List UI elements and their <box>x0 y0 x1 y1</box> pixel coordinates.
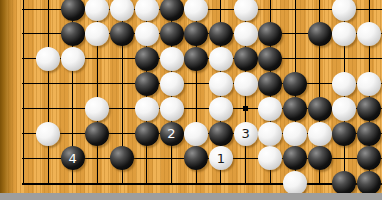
move-number: 3 <box>241 127 249 140</box>
go-board-viewport: 2341 <box>0 0 382 210</box>
stone-white[interactable] <box>160 97 184 121</box>
grid-vertical-line <box>23 0 24 184</box>
stone-white[interactable] <box>160 47 184 71</box>
stone-white[interactable] <box>85 0 109 21</box>
stone-white[interactable] <box>85 97 109 121</box>
stone-white[interactable] <box>234 72 258 96</box>
stone-black[interactable] <box>258 22 282 46</box>
stone-black[interactable]: 4 <box>61 146 85 170</box>
board-bottom-shadow <box>0 193 382 200</box>
stone-black[interactable]: 2 <box>160 122 184 146</box>
stone-black[interactable] <box>283 72 307 96</box>
stone-black[interactable] <box>110 146 134 170</box>
stone-white[interactable] <box>209 47 233 71</box>
stone-white[interactable] <box>135 97 159 121</box>
stone-black[interactable] <box>357 122 381 146</box>
stone-white[interactable]: 1 <box>209 146 233 170</box>
stone-white[interactable] <box>258 122 282 146</box>
stone-black[interactable] <box>184 47 208 71</box>
stone-black[interactable] <box>332 122 356 146</box>
stone-black[interactable] <box>258 72 282 96</box>
stone-white[interactable] <box>36 47 60 71</box>
stone-black[interactable] <box>308 146 332 170</box>
stone-white[interactable] <box>357 72 381 96</box>
stone-black[interactable] <box>209 122 233 146</box>
stone-black[interactable] <box>332 171 356 195</box>
stone-black[interactable] <box>308 97 332 121</box>
stone-black[interactable] <box>184 146 208 170</box>
stone-black[interactable] <box>135 122 159 146</box>
stone-black[interactable] <box>357 146 381 170</box>
stone-black[interactable] <box>110 22 134 46</box>
stone-white[interactable]: 3 <box>234 122 258 146</box>
move-number: 4 <box>69 152 77 165</box>
stone-white[interactable] <box>357 22 381 46</box>
stone-black[interactable] <box>85 122 109 146</box>
stone-white[interactable] <box>234 22 258 46</box>
star-point <box>243 106 248 111</box>
stone-black[interactable] <box>160 22 184 46</box>
stone-white[interactable] <box>332 22 356 46</box>
stone-white[interactable] <box>184 0 208 21</box>
stone-white[interactable] <box>332 97 356 121</box>
grid-vertical-line <box>48 0 49 184</box>
stone-black[interactable] <box>283 97 307 121</box>
stone-white[interactable] <box>283 171 307 195</box>
stone-white[interactable] <box>258 97 282 121</box>
stone-black[interactable] <box>160 0 184 21</box>
stone-white[interactable] <box>85 22 109 46</box>
stone-white[interactable] <box>209 72 233 96</box>
stone-white[interactable] <box>110 0 134 21</box>
stone-white[interactable] <box>135 0 159 21</box>
stone-white[interactable] <box>160 72 184 96</box>
go-board[interactable]: 2341 <box>0 0 382 193</box>
stone-white[interactable] <box>308 122 332 146</box>
stone-black[interactable] <box>209 22 233 46</box>
stone-black[interactable] <box>357 97 381 121</box>
stone-white[interactable] <box>234 0 258 21</box>
grid-horizontal-line <box>22 83 382 84</box>
stone-white[interactable] <box>332 72 356 96</box>
stone-black[interactable] <box>357 171 381 195</box>
stone-white[interactable] <box>135 22 159 46</box>
grid-horizontal-line <box>22 183 382 185</box>
stone-white[interactable] <box>258 146 282 170</box>
stone-white[interactable] <box>283 122 307 146</box>
move-number: 2 <box>167 127 175 140</box>
stone-black[interactable] <box>135 47 159 71</box>
stone-black[interactable] <box>61 0 85 21</box>
stone-white[interactable] <box>61 47 85 71</box>
move-number: 1 <box>217 152 225 165</box>
stone-white[interactable] <box>184 122 208 146</box>
stone-black[interactable] <box>135 72 159 96</box>
stone-white[interactable] <box>209 97 233 121</box>
stone-black[interactable] <box>184 22 208 46</box>
stone-black[interactable] <box>234 47 258 71</box>
board-left-edge-shading <box>0 0 16 193</box>
stone-white[interactable] <box>36 122 60 146</box>
stone-black[interactable] <box>308 22 332 46</box>
stone-white[interactable] <box>332 0 356 21</box>
stone-black[interactable] <box>258 47 282 71</box>
stone-black[interactable] <box>283 146 307 170</box>
stone-black[interactable] <box>61 22 85 46</box>
